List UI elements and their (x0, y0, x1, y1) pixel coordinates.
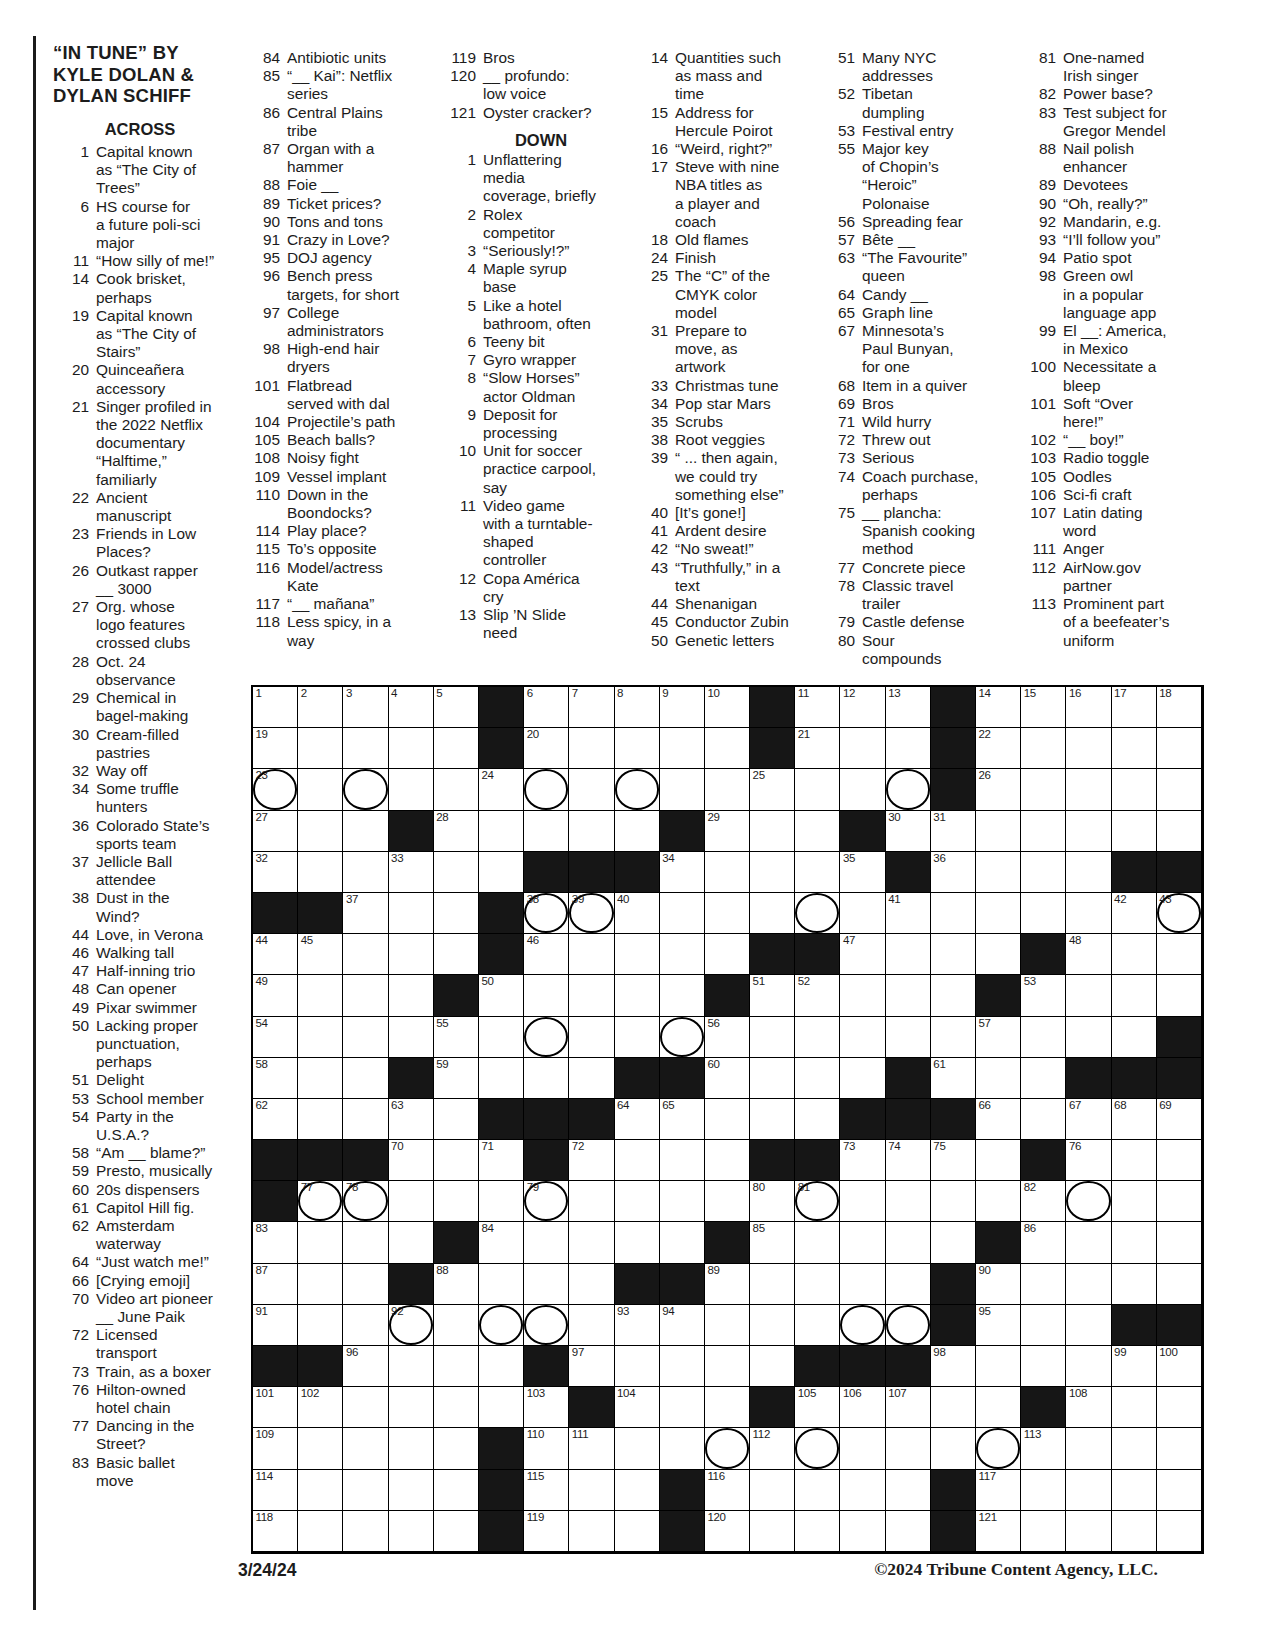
white-square[interactable] (389, 975, 434, 1016)
white-square[interactable]: 80 (750, 1181, 795, 1222)
white-square[interactable] (750, 811, 795, 852)
white-square[interactable] (795, 1017, 840, 1058)
white-square[interactable] (795, 1305, 840, 1346)
white-square[interactable] (298, 1428, 343, 1469)
white-square[interactable]: 5 (434, 687, 479, 728)
white-square[interactable] (343, 1264, 388, 1305)
white-square[interactable]: 104 (615, 1387, 660, 1428)
white-square[interactable]: 54 (253, 1017, 298, 1058)
white-square[interactable] (524, 1222, 569, 1263)
white-square[interactable] (750, 1017, 795, 1058)
white-square[interactable] (886, 1428, 931, 1469)
white-square[interactable] (976, 1346, 1021, 1387)
white-square[interactable] (1157, 728, 1202, 769)
white-square[interactable]: 35 (840, 852, 885, 893)
white-square[interactable] (569, 769, 614, 810)
white-square[interactable]: 2 (298, 687, 343, 728)
white-square[interactable]: 63 (389, 1099, 434, 1140)
white-square[interactable]: 14 (976, 687, 1021, 728)
white-square[interactable] (840, 1428, 885, 1469)
white-square[interactable] (434, 1346, 479, 1387)
white-square[interactable] (840, 1305, 885, 1346)
white-square[interactable] (434, 1181, 479, 1222)
white-square[interactable] (660, 1428, 705, 1469)
white-square[interactable]: 26 (976, 769, 1021, 810)
white-square[interactable] (795, 1428, 840, 1469)
white-square[interactable] (1112, 1222, 1157, 1263)
white-square[interactable]: 46 (524, 934, 569, 975)
white-square[interactable] (976, 1428, 1021, 1469)
white-square[interactable]: 96 (343, 1346, 388, 1387)
white-square[interactable]: 100 (1157, 1346, 1202, 1387)
white-square[interactable] (298, 811, 343, 852)
white-square[interactable] (886, 1470, 931, 1511)
white-square[interactable] (298, 1058, 343, 1099)
white-square[interactable] (931, 893, 976, 934)
white-square[interactable] (343, 1470, 388, 1511)
white-square[interactable]: 98 (931, 1346, 976, 1387)
white-square[interactable] (389, 1387, 434, 1428)
white-square[interactable]: 66 (976, 1099, 1021, 1140)
white-square[interactable]: 69 (1157, 1099, 1202, 1140)
white-square[interactable]: 34 (660, 852, 705, 893)
white-square[interactable]: 77 (298, 1181, 343, 1222)
white-square[interactable]: 87 (253, 1264, 298, 1305)
white-square[interactable] (1066, 811, 1111, 852)
white-square[interactable]: 111 (569, 1428, 614, 1469)
white-square[interactable] (886, 975, 931, 1016)
white-square[interactable]: 1 (253, 687, 298, 728)
white-square[interactable] (1066, 1511, 1111, 1552)
white-square[interactable] (343, 728, 388, 769)
white-square[interactable]: 37 (343, 893, 388, 934)
white-square[interactable] (389, 1017, 434, 1058)
white-square[interactable]: 102 (298, 1387, 343, 1428)
white-square[interactable]: 83 (253, 1222, 298, 1263)
white-square[interactable] (1112, 769, 1157, 810)
white-square[interactable] (705, 1140, 750, 1181)
white-square[interactable] (298, 975, 343, 1016)
white-square[interactable] (479, 1017, 524, 1058)
white-square[interactable]: 112 (750, 1428, 795, 1469)
white-square[interactable] (795, 1099, 840, 1140)
white-square[interactable] (750, 852, 795, 893)
white-square[interactable] (1157, 934, 1202, 975)
white-square[interactable]: 99 (1112, 1346, 1157, 1387)
white-square[interactable]: 72 (569, 1140, 614, 1181)
white-square[interactable] (750, 1305, 795, 1346)
white-square[interactable] (343, 769, 388, 810)
white-square[interactable] (931, 934, 976, 975)
white-square[interactable] (569, 1222, 614, 1263)
white-square[interactable]: 42 (1112, 893, 1157, 934)
white-square[interactable]: 101 (253, 1387, 298, 1428)
white-square[interactable] (1066, 1428, 1111, 1469)
white-square[interactable] (434, 1511, 479, 1552)
white-square[interactable] (1112, 1181, 1157, 1222)
white-square[interactable]: 94 (660, 1305, 705, 1346)
white-square[interactable] (1021, 1264, 1066, 1305)
white-square[interactable] (569, 1470, 614, 1511)
white-square[interactable] (1157, 811, 1202, 852)
white-square[interactable]: 22 (976, 728, 1021, 769)
white-square[interactable] (389, 1428, 434, 1469)
white-square[interactable]: 90 (976, 1264, 1021, 1305)
white-square[interactable]: 6 (524, 687, 569, 728)
white-square[interactable] (886, 769, 931, 810)
white-square[interactable] (750, 1511, 795, 1552)
white-square[interactable] (1066, 1470, 1111, 1511)
white-square[interactable] (434, 852, 479, 893)
white-square[interactable] (660, 934, 705, 975)
white-square[interactable] (389, 1346, 434, 1387)
white-square[interactable]: 81 (795, 1181, 840, 1222)
white-square[interactable]: 4 (389, 687, 434, 728)
white-square[interactable] (976, 1387, 1021, 1428)
white-square[interactable] (705, 769, 750, 810)
white-square[interactable]: 79 (524, 1181, 569, 1222)
white-square[interactable]: 45 (298, 934, 343, 975)
white-square[interactable]: 47 (840, 934, 885, 975)
white-square[interactable]: 82 (1021, 1181, 1066, 1222)
white-square[interactable] (298, 1511, 343, 1552)
white-square[interactable] (343, 1511, 388, 1552)
white-square[interactable]: 71 (479, 1140, 524, 1181)
white-square[interactable] (389, 728, 434, 769)
white-square[interactable] (569, 975, 614, 1016)
white-square[interactable] (434, 1428, 479, 1469)
white-square[interactable] (795, 811, 840, 852)
white-square[interactable] (434, 728, 479, 769)
white-square[interactable]: 39 (569, 893, 614, 934)
white-square[interactable] (569, 934, 614, 975)
white-square[interactable] (840, 975, 885, 1016)
white-square[interactable]: 16 (1066, 687, 1111, 728)
white-square[interactable]: 120 (705, 1511, 750, 1552)
white-square[interactable] (615, 975, 660, 1016)
white-square[interactable] (479, 1346, 524, 1387)
white-square[interactable] (389, 1511, 434, 1552)
white-square[interactable] (524, 1305, 569, 1346)
white-square[interactable] (750, 1099, 795, 1140)
white-square[interactable] (1066, 769, 1111, 810)
white-square[interactable] (615, 1181, 660, 1222)
white-square[interactable] (1112, 975, 1157, 1016)
white-square[interactable] (479, 811, 524, 852)
white-square[interactable]: 61 (931, 1058, 976, 1099)
white-square[interactable] (434, 1387, 479, 1428)
white-square[interactable] (524, 1264, 569, 1305)
white-square[interactable] (1157, 1222, 1202, 1263)
white-square[interactable]: 31 (931, 811, 976, 852)
white-square[interactable]: 36 (931, 852, 976, 893)
white-square[interactable] (569, 1017, 614, 1058)
white-square[interactable] (660, 1387, 705, 1428)
white-square[interactable] (705, 1099, 750, 1140)
white-square[interactable] (615, 1470, 660, 1511)
white-square[interactable]: 17 (1112, 687, 1157, 728)
white-square[interactable]: 78 (343, 1181, 388, 1222)
white-square[interactable] (1112, 1387, 1157, 1428)
white-square[interactable] (298, 1264, 343, 1305)
white-square[interactable]: 92 (389, 1305, 434, 1346)
white-square[interactable] (750, 1470, 795, 1511)
white-square[interactable] (524, 811, 569, 852)
white-square[interactable] (1112, 811, 1157, 852)
white-square[interactable] (615, 1428, 660, 1469)
white-square[interactable] (931, 975, 976, 1016)
white-square[interactable] (343, 1017, 388, 1058)
white-square[interactable] (524, 1017, 569, 1058)
white-square[interactable] (615, 1346, 660, 1387)
white-square[interactable]: 74 (886, 1140, 931, 1181)
white-square[interactable]: 85 (750, 1222, 795, 1263)
white-square[interactable] (1157, 769, 1202, 810)
white-square[interactable] (1112, 1470, 1157, 1511)
white-square[interactable]: 103 (524, 1387, 569, 1428)
white-square[interactable] (1021, 1305, 1066, 1346)
white-square[interactable] (569, 1511, 614, 1552)
white-square[interactable] (660, 1017, 705, 1058)
white-square[interactable] (1112, 1264, 1157, 1305)
white-square[interactable]: 86 (1021, 1222, 1066, 1263)
white-square[interactable] (1157, 1428, 1202, 1469)
white-square[interactable] (1021, 893, 1066, 934)
white-square[interactable]: 3 (343, 687, 388, 728)
white-square[interactable] (1157, 1181, 1202, 1222)
white-square[interactable] (705, 728, 750, 769)
white-square[interactable] (434, 934, 479, 975)
white-square[interactable]: 60 (705, 1058, 750, 1099)
white-square[interactable]: 33 (389, 852, 434, 893)
white-square[interactable] (1112, 1511, 1157, 1552)
white-square[interactable]: 107 (886, 1387, 931, 1428)
white-square[interactable] (840, 769, 885, 810)
white-square[interactable] (795, 1222, 840, 1263)
white-square[interactable] (705, 852, 750, 893)
white-square[interactable] (343, 852, 388, 893)
white-square[interactable] (660, 975, 705, 1016)
white-square[interactable] (389, 1470, 434, 1511)
white-square[interactable]: 59 (434, 1058, 479, 1099)
white-square[interactable]: 8 (615, 687, 660, 728)
white-square[interactable] (931, 1017, 976, 1058)
white-square[interactable]: 15 (1021, 687, 1066, 728)
white-square[interactable] (434, 769, 479, 810)
white-square[interactable] (795, 852, 840, 893)
white-square[interactable] (434, 1470, 479, 1511)
white-square[interactable] (931, 1428, 976, 1469)
white-square[interactable] (434, 893, 479, 934)
white-square[interactable]: 29 (705, 811, 750, 852)
white-square[interactable] (343, 1305, 388, 1346)
white-square[interactable]: 88 (434, 1264, 479, 1305)
white-square[interactable]: 40 (615, 893, 660, 934)
white-square[interactable] (434, 1305, 479, 1346)
white-square[interactable] (795, 1264, 840, 1305)
white-square[interactable] (1021, 1346, 1066, 1387)
white-square[interactable] (343, 975, 388, 1016)
white-square[interactable] (840, 728, 885, 769)
white-square[interactable] (1066, 1222, 1111, 1263)
white-square[interactable] (1157, 1387, 1202, 1428)
white-square[interactable]: 64 (615, 1099, 660, 1140)
white-square[interactable] (615, 811, 660, 852)
white-square[interactable] (840, 1511, 885, 1552)
white-square[interactable]: 21 (795, 728, 840, 769)
white-square[interactable]: 7 (569, 687, 614, 728)
white-square[interactable] (615, 728, 660, 769)
white-square[interactable]: 89 (705, 1264, 750, 1305)
white-square[interactable] (389, 769, 434, 810)
white-square[interactable]: 115 (524, 1470, 569, 1511)
white-square[interactable]: 10 (705, 687, 750, 728)
white-square[interactable]: 67 (1066, 1099, 1111, 1140)
white-square[interactable] (569, 1264, 614, 1305)
white-square[interactable] (343, 1099, 388, 1140)
white-square[interactable] (1021, 852, 1066, 893)
white-square[interactable] (479, 1181, 524, 1222)
white-square[interactable] (615, 769, 660, 810)
white-square[interactable] (1066, 1346, 1111, 1387)
white-square[interactable]: 28 (434, 811, 479, 852)
white-square[interactable] (343, 1222, 388, 1263)
white-square[interactable] (750, 1058, 795, 1099)
white-square[interactable] (615, 1140, 660, 1181)
white-square[interactable] (1021, 1511, 1066, 1552)
white-square[interactable] (795, 1470, 840, 1511)
white-square[interactable] (1066, 1181, 1111, 1222)
white-square[interactable] (1112, 1428, 1157, 1469)
white-square[interactable] (976, 1181, 1021, 1222)
white-square[interactable] (660, 1181, 705, 1222)
white-square[interactable] (840, 1017, 885, 1058)
white-square[interactable] (298, 1017, 343, 1058)
white-square[interactable] (886, 1181, 931, 1222)
white-square[interactable] (298, 1470, 343, 1511)
white-square[interactable] (479, 1387, 524, 1428)
white-square[interactable]: 73 (840, 1140, 885, 1181)
white-square[interactable] (569, 728, 614, 769)
white-square[interactable] (524, 769, 569, 810)
white-square[interactable]: 93 (615, 1305, 660, 1346)
white-square[interactable] (795, 769, 840, 810)
white-square[interactable]: 49 (253, 975, 298, 1016)
white-square[interactable] (479, 1305, 524, 1346)
white-square[interactable] (705, 1181, 750, 1222)
white-square[interactable] (1066, 1305, 1111, 1346)
white-square[interactable]: 119 (524, 1511, 569, 1552)
white-square[interactable]: 118 (253, 1511, 298, 1552)
white-square[interactable]: 56 (705, 1017, 750, 1058)
white-square[interactable] (343, 811, 388, 852)
white-square[interactable] (1112, 1017, 1157, 1058)
white-square[interactable] (840, 1181, 885, 1222)
white-square[interactable]: 97 (569, 1346, 614, 1387)
white-square[interactable]: 62 (253, 1099, 298, 1140)
white-square[interactable] (1021, 1470, 1066, 1511)
white-square[interactable] (976, 811, 1021, 852)
white-square[interactable]: 113 (1021, 1428, 1066, 1469)
white-square[interactable] (840, 1058, 885, 1099)
white-square[interactable]: 24 (479, 769, 524, 810)
white-square[interactable] (389, 934, 434, 975)
white-square[interactable] (434, 1099, 479, 1140)
white-square[interactable]: 109 (253, 1428, 298, 1469)
white-square[interactable]: 44 (253, 934, 298, 975)
white-square[interactable]: 75 (931, 1140, 976, 1181)
white-square[interactable] (976, 893, 1021, 934)
white-square[interactable] (1157, 1264, 1202, 1305)
white-square[interactable]: 52 (795, 975, 840, 1016)
white-square[interactable]: 105 (795, 1387, 840, 1428)
white-square[interactable] (1112, 934, 1157, 975)
white-square[interactable]: 84 (479, 1222, 524, 1263)
white-square[interactable]: 51 (750, 975, 795, 1016)
white-square[interactable] (840, 1264, 885, 1305)
white-square[interactable] (660, 728, 705, 769)
white-square[interactable] (524, 975, 569, 1016)
white-square[interactable] (976, 1058, 1021, 1099)
white-square[interactable]: 41 (886, 893, 931, 934)
white-square[interactable] (660, 1222, 705, 1263)
white-square[interactable] (1066, 1017, 1111, 1058)
white-square[interactable] (479, 1058, 524, 1099)
white-square[interactable]: 121 (976, 1511, 1021, 1552)
white-square[interactable] (840, 1470, 885, 1511)
white-square[interactable] (298, 852, 343, 893)
white-square[interactable] (1112, 1140, 1157, 1181)
white-square[interactable] (298, 1222, 343, 1263)
white-square[interactable] (1021, 769, 1066, 810)
white-square[interactable] (1066, 728, 1111, 769)
white-square[interactable]: 19 (253, 728, 298, 769)
white-square[interactable] (705, 1387, 750, 1428)
white-square[interactable] (660, 1140, 705, 1181)
white-square[interactable] (1021, 728, 1066, 769)
white-square[interactable] (750, 893, 795, 934)
white-square[interactable]: 50 (479, 975, 524, 1016)
white-square[interactable]: 76 (1066, 1140, 1111, 1181)
white-square[interactable]: 20 (524, 728, 569, 769)
white-square[interactable]: 12 (840, 687, 885, 728)
white-square[interactable] (705, 934, 750, 975)
white-square[interactable] (931, 1387, 976, 1428)
white-square[interactable] (660, 893, 705, 934)
white-square[interactable]: 114 (253, 1470, 298, 1511)
white-square[interactable] (1157, 975, 1202, 1016)
white-square[interactable] (660, 1346, 705, 1387)
white-square[interactable]: 95 (976, 1305, 1021, 1346)
white-square[interactable] (976, 1140, 1021, 1181)
white-square[interactable] (886, 1511, 931, 1552)
white-square[interactable]: 58 (253, 1058, 298, 1099)
white-square[interactable] (343, 1428, 388, 1469)
white-square[interactable] (615, 1222, 660, 1263)
white-square[interactable] (795, 1511, 840, 1552)
white-square[interactable] (976, 934, 1021, 975)
white-square[interactable]: 68 (1112, 1099, 1157, 1140)
white-square[interactable] (569, 811, 614, 852)
white-square[interactable]: 117 (976, 1470, 1021, 1511)
white-square[interactable] (434, 1140, 479, 1181)
white-square[interactable] (343, 1387, 388, 1428)
white-square[interactable] (931, 1181, 976, 1222)
white-square[interactable] (1157, 1470, 1202, 1511)
white-square[interactable] (705, 1428, 750, 1469)
white-square[interactable] (615, 934, 660, 975)
white-square[interactable] (1112, 728, 1157, 769)
